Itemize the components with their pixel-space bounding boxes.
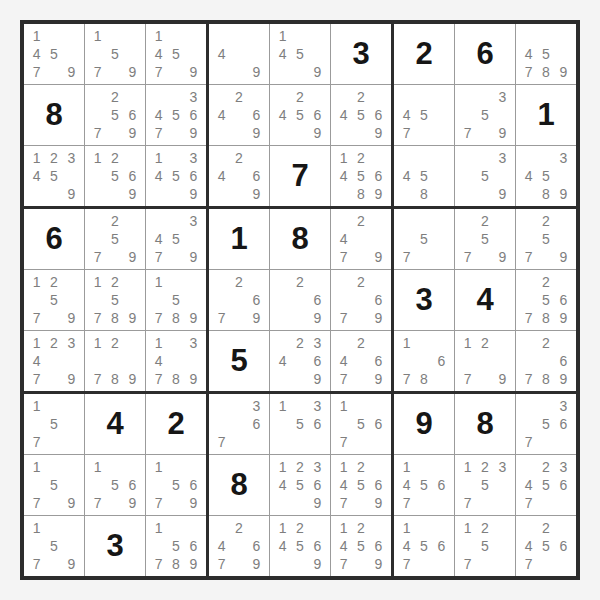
- candidate-4: [335, 291, 352, 309]
- candidate-grid: 12569: [85, 146, 145, 206]
- candidate-1: 1: [28, 334, 45, 352]
- cell-r2c3[interactable]: 345679: [146, 85, 206, 145]
- candidate-7: [335, 124, 352, 142]
- cell-r3c1[interactable]: 123459: [24, 146, 84, 206]
- candidate-8: 8: [537, 185, 554, 203]
- candidate-8: [415, 124, 432, 142]
- cell-r9c7[interactable]: 14567: [394, 516, 454, 576]
- candidate-6: 6: [433, 352, 450, 370]
- candidate-1: [520, 273, 537, 291]
- candidate-6: 6: [555, 415, 572, 433]
- candidate-5: [291, 352, 308, 370]
- candidate-6: [63, 537, 80, 555]
- cell-r1c4[interactable]: 49: [209, 24, 269, 84]
- candidate-7: 7: [28, 555, 45, 573]
- cell-value: 6: [24, 209, 84, 269]
- cell-r9c8[interactable]: 1257: [455, 516, 515, 576]
- candidate-2: [167, 212, 184, 230]
- cell-r2c7[interactable]: 457: [394, 85, 454, 145]
- candidate-3: [185, 273, 202, 291]
- candidate-1: [520, 397, 537, 415]
- cell-r8c1[interactable]: 1579: [24, 455, 84, 515]
- cell-r3c9[interactable]: 34589: [516, 146, 576, 206]
- cell-r6c4[interactable]: 5: [209, 331, 269, 391]
- candidate-3: [63, 458, 80, 476]
- cell-r7c7[interactable]: 9: [394, 394, 454, 454]
- candidate-grid: 1579: [24, 455, 84, 515]
- candidate-4: 4: [274, 537, 291, 555]
- cell-r2c8[interactable]: 3579: [455, 85, 515, 145]
- candidate-6: 6: [370, 537, 387, 555]
- candidate-grid: 2469: [209, 85, 269, 145]
- candidate-3: [433, 334, 450, 352]
- candidate-9: 9: [555, 185, 572, 203]
- candidate-6: [63, 476, 80, 494]
- cell-r8c2[interactable]: 15679: [85, 455, 145, 515]
- candidate-8: [537, 248, 554, 266]
- cell-r7c8[interactable]: 8: [455, 394, 515, 454]
- candidate-grid: 23469: [270, 331, 330, 391]
- candidate-2: [167, 519, 184, 537]
- cell-r4c8[interactable]: 2579: [455, 209, 515, 269]
- candidate-4: 4: [213, 45, 230, 63]
- candidate-9: [433, 370, 450, 388]
- candidate-1: 1: [150, 27, 167, 45]
- cell-r7c3[interactable]: 2: [146, 394, 206, 454]
- cell-r6c6[interactable]: 24679: [331, 331, 391, 391]
- candidate-6: [124, 352, 141, 370]
- candidate-2: 2: [291, 88, 308, 106]
- candidate-5: 5: [537, 476, 554, 494]
- candidate-7: 7: [398, 370, 415, 388]
- candidate-5: 5: [352, 476, 369, 494]
- candidate-6: 6: [309, 291, 326, 309]
- cell-r4c2[interactable]: 2579: [85, 209, 145, 269]
- candidate-7: [89, 185, 106, 203]
- candidate-6: [124, 230, 141, 248]
- candidate-4: 4: [335, 352, 352, 370]
- candidate-6: 6: [370, 291, 387, 309]
- candidate-5: 5: [45, 415, 62, 433]
- candidate-1: [89, 88, 106, 106]
- candidate-1: 1: [150, 334, 167, 352]
- candidate-grid: 1257: [455, 516, 515, 576]
- candidate-3: [124, 458, 141, 476]
- candidate-7: [398, 185, 415, 203]
- cell-r2c4[interactable]: 2469: [209, 85, 269, 145]
- candidate-4: 4: [150, 106, 167, 124]
- candidate-5: 5: [352, 415, 369, 433]
- cell-r1c6[interactable]: 3: [331, 24, 391, 84]
- candidate-4: [213, 415, 230, 433]
- candidate-3: [124, 88, 141, 106]
- candidate-7: 7: [150, 370, 167, 388]
- candidate-5: 5: [352, 167, 369, 185]
- candidate-3: [555, 212, 572, 230]
- candidate-3: [433, 149, 450, 167]
- candidate-3: [185, 27, 202, 45]
- candidate-2: 2: [106, 149, 123, 167]
- candidate-4: [459, 537, 476, 555]
- candidate-8: [291, 370, 308, 388]
- candidate-grid: 157: [24, 394, 84, 454]
- candidate-9: 9: [370, 370, 387, 388]
- candidate-9: 9: [185, 555, 202, 573]
- cell-value: 4: [85, 394, 145, 454]
- candidate-7: [274, 63, 291, 81]
- cell-r6c7[interactable]: 1678: [394, 331, 454, 391]
- cell-r3c8[interactable]: 359: [455, 146, 515, 206]
- candidate-3: [555, 273, 572, 291]
- candidate-grid: 49: [209, 24, 269, 84]
- cell-r6c3[interactable]: 134789: [146, 331, 206, 391]
- candidate-1: 1: [28, 273, 45, 291]
- candidate-grid: 2579: [85, 209, 145, 269]
- candidate-7: 7: [213, 433, 230, 451]
- cell-r6c9[interactable]: 26789: [516, 331, 576, 391]
- candidate-2: [476, 88, 493, 106]
- candidate-7: [274, 555, 291, 573]
- cell-r4c4[interactable]: 1: [209, 209, 269, 269]
- cell-r9c4[interactable]: 24679: [209, 516, 269, 576]
- candidate-grid: 24679: [209, 516, 269, 576]
- cell-r4c6[interactable]: 2479: [331, 209, 391, 269]
- candidate-grid: 457: [394, 85, 454, 145]
- candidate-1: 1: [89, 149, 106, 167]
- cell-r7c2[interactable]: 4: [85, 394, 145, 454]
- candidate-1: [520, 334, 537, 352]
- cell-r1c2[interactable]: 1579: [85, 24, 145, 84]
- cell-r1c3[interactable]: 14579: [146, 24, 206, 84]
- candidate-5: [167, 352, 184, 370]
- cell-r2c6[interactable]: 24569: [331, 85, 391, 145]
- cell-r8c8[interactable]: 12357: [455, 455, 515, 515]
- candidate-2: [167, 27, 184, 45]
- cell-r5c1[interactable]: 12579: [24, 270, 84, 330]
- candidate-4: [89, 167, 106, 185]
- candidate-3: 3: [555, 397, 572, 415]
- candidate-7: 7: [520, 433, 537, 451]
- candidate-1: [335, 273, 352, 291]
- candidate-3: [63, 27, 80, 45]
- candidate-9: 9: [309, 63, 326, 81]
- cell-r4c5[interactable]: 8: [270, 209, 330, 269]
- candidate-6: [185, 45, 202, 63]
- cell-r7c6[interactable]: 1567: [331, 394, 391, 454]
- cell-r7c4[interactable]: 367: [209, 394, 269, 454]
- candidate-7: 7: [520, 555, 537, 573]
- cell-r5c6[interactable]: 2679: [331, 270, 391, 330]
- candidate-1: 1: [459, 334, 476, 352]
- candidate-3: [494, 334, 511, 352]
- candidate-8: [45, 433, 62, 451]
- candidate-1: 1: [89, 273, 106, 291]
- candidate-5: 5: [476, 476, 493, 494]
- candidate-9: 9: [370, 555, 387, 573]
- candidate-4: 4: [520, 476, 537, 494]
- candidate-6: 6: [185, 537, 202, 555]
- candidate-3: [63, 397, 80, 415]
- candidate-3: [248, 519, 265, 537]
- candidate-5: [106, 352, 123, 370]
- candidate-3: [370, 334, 387, 352]
- candidate-3: [185, 458, 202, 476]
- cell-r3c7[interactable]: 458: [394, 146, 454, 206]
- cell-r4c7[interactable]: 57: [394, 209, 454, 269]
- box-6: 5725792579342567891678127926789: [394, 209, 576, 391]
- candidate-5: [352, 230, 369, 248]
- cell-r1c7[interactable]: 2: [394, 24, 454, 84]
- box-4: 6257934579125791257891578912347912789134…: [24, 209, 206, 391]
- candidate-grid: 359: [455, 146, 515, 206]
- candidate-8: [45, 555, 62, 573]
- candidate-8: [230, 124, 247, 142]
- candidate-4: [520, 415, 537, 433]
- candidate-6: [494, 476, 511, 494]
- candidate-7: 7: [398, 124, 415, 142]
- cell-r1c5[interactable]: 1459: [270, 24, 330, 84]
- cell-r1c1[interactable]: 14579: [24, 24, 84, 84]
- candidate-grid: 1678: [394, 331, 454, 391]
- candidate-2: 2: [352, 334, 369, 352]
- candidate-7: 7: [150, 494, 167, 512]
- cell-r4c1[interactable]: 6: [24, 209, 84, 269]
- cell-r3c6[interactable]: 1245689: [331, 146, 391, 206]
- candidate-4: [150, 476, 167, 494]
- candidate-8: 8: [352, 185, 369, 203]
- candidate-grid: 345679: [146, 85, 206, 145]
- candidate-7: [274, 124, 291, 142]
- candidate-8: [45, 63, 62, 81]
- cell-r5c9[interactable]: 256789: [516, 270, 576, 330]
- cell-r4c3[interactable]: 34579: [146, 209, 206, 269]
- candidate-5: 5: [45, 476, 62, 494]
- cell-r6c8[interactable]: 1279: [455, 331, 515, 391]
- candidate-3: 3: [63, 334, 80, 352]
- candidate-1: [459, 149, 476, 167]
- box-2: 491459324692456924569246971245689: [209, 24, 391, 206]
- cell-r2c2[interactable]: 25679: [85, 85, 145, 145]
- candidate-3: 3: [185, 334, 202, 352]
- candidate-2: 2: [45, 334, 62, 352]
- cell-r8c9[interactable]: 234567: [516, 455, 576, 515]
- candidate-4: 4: [28, 45, 45, 63]
- candidate-6: 6: [370, 415, 387, 433]
- candidate-1: [274, 273, 291, 291]
- cell-r7c9[interactable]: 3567: [516, 394, 576, 454]
- candidate-6: [185, 230, 202, 248]
- candidate-7: 7: [28, 433, 45, 451]
- cell-r6c2[interactable]: 12789: [85, 331, 145, 391]
- candidate-2: 2: [476, 458, 493, 476]
- candidate-8: 8: [167, 309, 184, 327]
- candidate-1: [150, 88, 167, 106]
- cell-r9c5[interactable]: 124569: [270, 516, 330, 576]
- candidate-9: 9: [124, 248, 141, 266]
- candidate-9: 9: [63, 63, 80, 81]
- candidate-4: [89, 476, 106, 494]
- candidate-3: 3: [185, 88, 202, 106]
- candidate-2: [415, 212, 432, 230]
- candidate-6: 6: [248, 537, 265, 555]
- candidate-3: 3: [185, 149, 202, 167]
- candidate-7: 7: [520, 309, 537, 327]
- candidate-4: 4: [150, 230, 167, 248]
- cell-r5c7[interactable]: 3: [394, 270, 454, 330]
- cell-r7c1[interactable]: 157: [24, 394, 84, 454]
- cell-r3c2[interactable]: 12569: [85, 146, 145, 206]
- candidate-8: [476, 248, 493, 266]
- candidate-1: 1: [459, 519, 476, 537]
- candidate-9: [370, 433, 387, 451]
- cell-r9c9[interactable]: 24567: [516, 516, 576, 576]
- candidate-grid: 57: [394, 209, 454, 269]
- cell-r5c5[interactable]: 269: [270, 270, 330, 330]
- cell-r3c4[interactable]: 2469: [209, 146, 269, 206]
- candidate-7: 7: [398, 494, 415, 512]
- candidate-3: [494, 519, 511, 537]
- cell-r1c9[interactable]: 45789: [516, 24, 576, 84]
- cell-r9c3[interactable]: 156789: [146, 516, 206, 576]
- candidate-1: 1: [28, 519, 45, 537]
- candidate-grid: 2469: [209, 146, 269, 206]
- candidate-2: 2: [537, 212, 554, 230]
- candidate-3: [309, 27, 326, 45]
- candidate-5: [537, 352, 554, 370]
- candidate-6: [433, 106, 450, 124]
- candidate-4: 4: [398, 537, 415, 555]
- cell-r8c7[interactable]: 14567: [394, 455, 454, 515]
- candidate-2: [167, 273, 184, 291]
- candidate-8: 8: [537, 63, 554, 81]
- candidate-8: [106, 494, 123, 512]
- candidate-6: [63, 415, 80, 433]
- candidate-grid: 26789: [516, 331, 576, 391]
- cell-r8c6[interactable]: 1245679: [331, 455, 391, 515]
- cell-r3c5[interactable]: 7: [270, 146, 330, 206]
- candidate-8: 8: [167, 555, 184, 573]
- candidate-3: 3: [555, 149, 572, 167]
- cell-r8c3[interactable]: 15679: [146, 455, 206, 515]
- candidate-6: 6: [124, 106, 141, 124]
- candidate-grid: 256789: [516, 270, 576, 330]
- candidate-8: [291, 555, 308, 573]
- candidate-9: 9: [370, 494, 387, 512]
- candidate-7: [335, 185, 352, 203]
- cell-r2c1[interactable]: 8: [24, 85, 84, 145]
- candidate-5: 5: [415, 537, 432, 555]
- cell-r9c6[interactable]: 1245679: [331, 516, 391, 576]
- candidate-5: 5: [167, 291, 184, 309]
- candidate-5: 5: [537, 167, 554, 185]
- candidate-7: [274, 433, 291, 451]
- candidate-5: [476, 352, 493, 370]
- candidate-9: 9: [124, 309, 141, 327]
- box-5: 1824792679269267952346924679: [209, 209, 391, 391]
- candidate-7: [459, 185, 476, 203]
- candidate-1: 1: [459, 458, 476, 476]
- candidate-7: 7: [520, 63, 537, 81]
- candidate-6: [370, 230, 387, 248]
- candidate-6: 6: [185, 476, 202, 494]
- candidate-grid: 2479: [331, 209, 391, 269]
- candidate-5: 5: [106, 106, 123, 124]
- candidate-2: 2: [476, 519, 493, 537]
- candidate-grid: 24679: [331, 331, 391, 391]
- cell-r5c8[interactable]: 4: [455, 270, 515, 330]
- candidate-6: [124, 291, 141, 309]
- candidate-3: [63, 519, 80, 537]
- candidate-4: [520, 352, 537, 370]
- candidate-6: [63, 352, 80, 370]
- candidate-7: 7: [335, 555, 352, 573]
- candidate-5: [352, 352, 369, 370]
- cell-r9c2[interactable]: 3: [85, 516, 145, 576]
- candidate-2: 2: [45, 149, 62, 167]
- candidate-7: 7: [335, 433, 352, 451]
- candidate-9: 9: [555, 248, 572, 266]
- cell-r3c3[interactable]: 134569: [146, 146, 206, 206]
- candidate-grid: 14579: [24, 24, 84, 84]
- box-8: 3671356156781234569124567924679124569124…: [209, 394, 391, 576]
- candidate-1: 1: [89, 27, 106, 45]
- cell-r1c8[interactable]: 6: [455, 24, 515, 84]
- cell-r7c5[interactable]: 1356: [270, 394, 330, 454]
- candidate-4: 4: [398, 106, 415, 124]
- cell-r6c1[interactable]: 123479: [24, 331, 84, 391]
- candidate-1: [520, 458, 537, 476]
- cell-r8c5[interactable]: 1234569: [270, 455, 330, 515]
- cell-r2c9[interactable]: 1: [516, 85, 576, 145]
- candidate-8: [291, 124, 308, 142]
- box-1: 1457915791457982567934567912345912569134…: [24, 24, 206, 206]
- cell-r5c3[interactable]: 15789: [146, 270, 206, 330]
- candidate-7: 7: [150, 309, 167, 327]
- candidate-7: 7: [520, 494, 537, 512]
- candidate-1: 1: [398, 458, 415, 476]
- candidate-5: 5: [476, 106, 493, 124]
- cell-r9c1[interactable]: 1579: [24, 516, 84, 576]
- cell-r6c5[interactable]: 23469: [270, 331, 330, 391]
- candidate-7: 7: [28, 494, 45, 512]
- candidate-1: [459, 88, 476, 106]
- candidate-5: 5: [291, 415, 308, 433]
- box-7: 157421579156791567915793156789: [24, 394, 206, 576]
- candidate-3: [124, 27, 141, 45]
- cell-r8c4[interactable]: 8: [209, 455, 269, 515]
- candidate-grid: 156789: [146, 516, 206, 576]
- candidate-grid: 134789: [146, 331, 206, 391]
- candidate-8: [45, 309, 62, 327]
- cell-value: 8: [24, 85, 84, 145]
- candidate-9: 9: [124, 185, 141, 203]
- candidate-9: 9: [248, 555, 265, 573]
- candidate-4: [28, 476, 45, 494]
- cell-r2c5[interactable]: 24569: [270, 85, 330, 145]
- cell-r4c9[interactable]: 2579: [516, 209, 576, 269]
- candidate-grid: 234567: [516, 455, 576, 515]
- candidate-8: [537, 555, 554, 573]
- candidate-6: [185, 291, 202, 309]
- cell-r5c4[interactable]: 2679: [209, 270, 269, 330]
- candidate-9: 9: [124, 370, 141, 388]
- candidate-5: [230, 537, 247, 555]
- candidate-8: [291, 494, 308, 512]
- candidate-5: 5: [45, 537, 62, 555]
- candidate-2: 2: [106, 212, 123, 230]
- cell-r5c2[interactable]: 125789: [85, 270, 145, 330]
- candidate-7: 7: [150, 248, 167, 266]
